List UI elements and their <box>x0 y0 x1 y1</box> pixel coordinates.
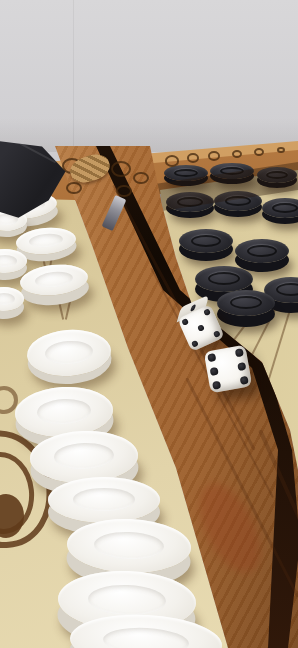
die-pip <box>240 376 249 385</box>
die-pip <box>213 330 221 338</box>
dice-layer <box>0 0 298 648</box>
die-pip <box>197 324 205 332</box>
die[interactable] <box>204 345 253 394</box>
die-pip <box>209 367 218 376</box>
die-pip <box>237 362 246 371</box>
die[interactable] <box>177 304 225 352</box>
die-pip <box>191 340 199 348</box>
die-pip <box>207 353 216 362</box>
die-pip <box>212 381 221 390</box>
backgammon-photo-scene <box>0 0 298 648</box>
die-top-face <box>204 345 253 394</box>
die-pip <box>203 308 211 316</box>
die-pip <box>181 318 189 326</box>
die-pip <box>235 348 244 357</box>
